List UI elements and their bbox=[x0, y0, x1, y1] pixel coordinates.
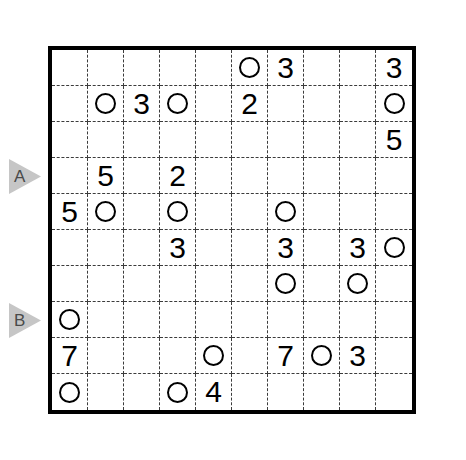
white-circle-clue bbox=[384, 93, 405, 114]
cell-r2c1[interactable] bbox=[52, 86, 88, 122]
cell-r1c4[interactable] bbox=[160, 50, 196, 86]
cell-r2c5[interactable] bbox=[196, 86, 232, 122]
cell-r3c1[interactable] bbox=[52, 122, 88, 158]
number-clue: 3 bbox=[277, 233, 294, 263]
puzzle-image: A B 333255253337734 bbox=[0, 0, 466, 460]
cell-r8c7[interactable] bbox=[268, 302, 304, 338]
cell-r6c5[interactable] bbox=[196, 230, 232, 266]
cell-r3c5[interactable] bbox=[196, 122, 232, 158]
cell-r2c10[interactable] bbox=[376, 86, 412, 122]
cell-r2c3[interactable]: 3 bbox=[124, 86, 160, 122]
cell-r8c9[interactable] bbox=[340, 302, 376, 338]
number-clue: 3 bbox=[277, 53, 294, 83]
cell-r3c2[interactable] bbox=[88, 122, 124, 158]
cell-r6c6[interactable] bbox=[232, 230, 268, 266]
cell-r1c1[interactable] bbox=[52, 50, 88, 86]
cell-r6c7[interactable]: 3 bbox=[268, 230, 304, 266]
cell-r9c10[interactable] bbox=[376, 338, 412, 374]
cell-r8c3[interactable] bbox=[124, 302, 160, 338]
number-clue: 2 bbox=[241, 89, 258, 119]
cell-r7c5[interactable] bbox=[196, 266, 232, 302]
cell-r10c4[interactable] bbox=[160, 374, 196, 410]
cell-r4c6[interactable] bbox=[232, 158, 268, 194]
cell-r7c6[interactable] bbox=[232, 266, 268, 302]
cell-r9c4[interactable] bbox=[160, 338, 196, 374]
number-clue: 5 bbox=[97, 161, 114, 191]
cell-r10c10[interactable] bbox=[376, 374, 412, 410]
cell-r5c1[interactable]: 5 bbox=[52, 194, 88, 230]
cell-r1c8[interactable] bbox=[304, 50, 340, 86]
answer-row-label-b: B bbox=[14, 311, 25, 331]
cell-r10c6[interactable] bbox=[232, 374, 268, 410]
cell-r6c2[interactable] bbox=[88, 230, 124, 266]
cell-r10c5[interactable]: 4 bbox=[196, 374, 232, 410]
cell-r1c7[interactable]: 3 bbox=[268, 50, 304, 86]
white-circle-clue bbox=[275, 273, 296, 294]
cell-r9c7[interactable]: 7 bbox=[268, 338, 304, 374]
cell-r3c10[interactable]: 5 bbox=[376, 122, 412, 158]
cell-r6c9[interactable]: 3 bbox=[340, 230, 376, 266]
number-clue: 2 bbox=[169, 161, 186, 191]
cell-r6c4[interactable]: 3 bbox=[160, 230, 196, 266]
cell-r4c5[interactable] bbox=[196, 158, 232, 194]
cell-r3c6[interactable] bbox=[232, 122, 268, 158]
cell-r5c6[interactable] bbox=[232, 194, 268, 230]
cell-r8c4[interactable] bbox=[160, 302, 196, 338]
cell-r9c5[interactable] bbox=[196, 338, 232, 374]
cell-r6c8[interactable] bbox=[304, 230, 340, 266]
cell-r1c10[interactable]: 3 bbox=[376, 50, 412, 86]
cell-r2c6[interactable]: 2 bbox=[232, 86, 268, 122]
answer-row-marker-b: B bbox=[9, 303, 41, 338]
cell-r4c7[interactable] bbox=[268, 158, 304, 194]
cell-r8c6[interactable] bbox=[232, 302, 268, 338]
cell-r8c10[interactable] bbox=[376, 302, 412, 338]
cell-r4c10[interactable] bbox=[376, 158, 412, 194]
cell-r6c10[interactable] bbox=[376, 230, 412, 266]
cell-r6c1[interactable] bbox=[52, 230, 88, 266]
white-circle-clue bbox=[59, 309, 80, 330]
cell-r9c8[interactable] bbox=[304, 338, 340, 374]
white-circle-clue bbox=[203, 345, 224, 366]
cell-r1c2[interactable] bbox=[88, 50, 124, 86]
cell-r2c7[interactable] bbox=[268, 86, 304, 122]
white-circle-clue bbox=[95, 201, 116, 222]
cell-r7c10[interactable] bbox=[376, 266, 412, 302]
cell-r3c3[interactable] bbox=[124, 122, 160, 158]
cell-r7c2[interactable] bbox=[88, 266, 124, 302]
cell-r10c2[interactable] bbox=[88, 374, 124, 410]
cell-r4c3[interactable] bbox=[124, 158, 160, 194]
white-circle-clue bbox=[239, 57, 260, 78]
cell-r9c1[interactable]: 7 bbox=[52, 338, 88, 374]
white-circle-clue bbox=[95, 93, 116, 114]
cell-r8c5[interactable] bbox=[196, 302, 232, 338]
cell-r5c10[interactable] bbox=[376, 194, 412, 230]
cell-r3c4[interactable] bbox=[160, 122, 196, 158]
cell-r1c6[interactable] bbox=[232, 50, 268, 86]
cell-r7c3[interactable] bbox=[124, 266, 160, 302]
cell-r9c3[interactable] bbox=[124, 338, 160, 374]
cell-r10c1[interactable] bbox=[52, 374, 88, 410]
cell-r5c4[interactable] bbox=[160, 194, 196, 230]
answer-row-label-a: A bbox=[14, 167, 25, 187]
answer-row-marker-a: A bbox=[9, 159, 41, 194]
number-clue: 3 bbox=[386, 53, 403, 83]
white-circle-clue bbox=[167, 201, 188, 222]
number-clue: 4 bbox=[205, 377, 222, 407]
cell-r7c8[interactable] bbox=[304, 266, 340, 302]
number-clue: 3 bbox=[169, 233, 186, 263]
white-circle-clue bbox=[275, 201, 296, 222]
cell-r2c4[interactable] bbox=[160, 86, 196, 122]
cell-r5c9[interactable] bbox=[340, 194, 376, 230]
cell-r7c4[interactable] bbox=[160, 266, 196, 302]
cell-r6c3[interactable] bbox=[124, 230, 160, 266]
number-clue: 5 bbox=[61, 197, 78, 227]
number-clue: 3 bbox=[133, 89, 150, 119]
cell-r2c9[interactable] bbox=[340, 86, 376, 122]
number-clue: 7 bbox=[61, 341, 78, 371]
puzzle-board: 333255253337734 bbox=[48, 46, 416, 414]
cell-r1c3[interactable] bbox=[124, 50, 160, 86]
cell-r4c2[interactable]: 5 bbox=[88, 158, 124, 194]
cell-r8c8[interactable] bbox=[304, 302, 340, 338]
number-clue: 3 bbox=[349, 341, 366, 371]
cell-r1c5[interactable] bbox=[196, 50, 232, 86]
cell-r5c8[interactable] bbox=[304, 194, 340, 230]
cell-r2c8[interactable] bbox=[304, 86, 340, 122]
cell-r9c6[interactable] bbox=[232, 338, 268, 374]
cell-r5c3[interactable] bbox=[124, 194, 160, 230]
cell-r9c2[interactable] bbox=[88, 338, 124, 374]
cell-r7c9[interactable] bbox=[340, 266, 376, 302]
number-clue: 3 bbox=[349, 233, 366, 263]
cell-r1c9[interactable] bbox=[340, 50, 376, 86]
cell-r10c9[interactable] bbox=[340, 374, 376, 410]
cell-r9c9[interactable]: 3 bbox=[340, 338, 376, 374]
white-circle-clue bbox=[59, 382, 80, 403]
cell-r4c4[interactable]: 2 bbox=[160, 158, 196, 194]
cell-r10c8[interactable] bbox=[304, 374, 340, 410]
white-circle-clue bbox=[167, 382, 188, 403]
cell-r5c5[interactable] bbox=[196, 194, 232, 230]
cell-r3c9[interactable] bbox=[340, 122, 376, 158]
cell-r4c1[interactable] bbox=[52, 158, 88, 194]
white-circle-clue bbox=[167, 93, 188, 114]
number-clue: 5 bbox=[386, 125, 403, 155]
cell-r5c2[interactable] bbox=[88, 194, 124, 230]
cell-r3c7[interactable] bbox=[268, 122, 304, 158]
number-clue: 7 bbox=[277, 341, 294, 371]
cell-r4c9[interactable] bbox=[340, 158, 376, 194]
cell-r8c1[interactable] bbox=[52, 302, 88, 338]
white-circle-clue bbox=[347, 273, 368, 294]
cell-r7c1[interactable] bbox=[52, 266, 88, 302]
cell-r7c7[interactable] bbox=[268, 266, 304, 302]
cell-r4c8[interactable] bbox=[304, 158, 340, 194]
cell-r10c3[interactable] bbox=[124, 374, 160, 410]
cell-r2c2[interactable] bbox=[88, 86, 124, 122]
white-circle-clue bbox=[311, 345, 332, 366]
white-circle-clue bbox=[384, 237, 405, 258]
cell-r3c8[interactable] bbox=[304, 122, 340, 158]
cell-r5c7[interactable] bbox=[268, 194, 304, 230]
cell-r10c7[interactable] bbox=[268, 374, 304, 410]
cell-r8c2[interactable] bbox=[88, 302, 124, 338]
